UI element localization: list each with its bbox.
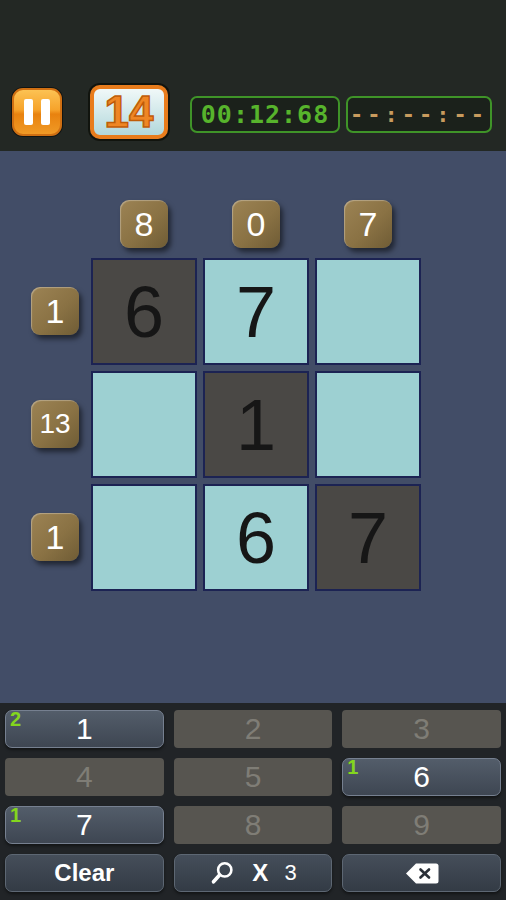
remaining-counter-tile[interactable]: 14 xyxy=(90,85,168,139)
grid-cell-r2c1[interactable] xyxy=(91,371,197,478)
grid-cell-r2c3[interactable] xyxy=(315,371,421,478)
column-clue-1: 8 xyxy=(120,200,168,248)
key-label: 2 xyxy=(245,712,262,746)
column-clue-2: 0 xyxy=(232,200,280,248)
key-7[interactable]: 17 xyxy=(5,806,164,844)
top-toolbar: 14 00:12:68 --:--:-- xyxy=(0,0,506,151)
key-1[interactable]: 21 xyxy=(5,710,164,748)
puzzle-grid: 6 7 1 6 7 xyxy=(91,258,421,591)
pause-icon xyxy=(41,99,50,125)
remaining-counter-value: 14 xyxy=(105,87,154,137)
key-label: 6 xyxy=(413,760,430,794)
key-2[interactable]: 2 xyxy=(174,710,333,748)
pause-button[interactable] xyxy=(12,88,62,136)
key-3[interactable]: 3 xyxy=(342,710,501,748)
check-count: 3 xyxy=(284,860,296,886)
key-label: 1 xyxy=(76,712,93,746)
backspace-icon xyxy=(404,862,440,885)
key-8[interactable]: 8 xyxy=(174,806,333,844)
secondary-timer-display: --:--:-- xyxy=(346,96,492,133)
pause-icon xyxy=(24,99,33,125)
key-label: 9 xyxy=(413,808,430,842)
key-count-badge: 2 xyxy=(10,709,21,729)
cell-value: 6 xyxy=(236,502,276,574)
secondary-timer-value: --:--:-- xyxy=(350,102,488,127)
key-label: 4 xyxy=(76,760,93,794)
grid-cell-r2c2[interactable]: 1 xyxy=(203,371,309,478)
cell-value: 6 xyxy=(124,276,164,348)
grid-cell-r1c1[interactable]: 6 xyxy=(91,258,197,365)
keypad: 21 2 3 4 5 16 17 8 9 Clear X 3 xyxy=(0,703,506,900)
key-4[interactable]: 4 xyxy=(5,758,164,796)
row-clue-3: 1 xyxy=(31,513,79,561)
row-clue-1: 1 xyxy=(31,287,79,335)
key-label: 8 xyxy=(245,808,262,842)
grid-cell-r3c2[interactable]: 6 xyxy=(203,484,309,591)
puzzle-board-area: 8 0 7 1 13 1 6 7 1 6 7 xyxy=(0,151,506,703)
key-label: 3 xyxy=(413,712,430,746)
key-5[interactable]: 5 xyxy=(174,758,333,796)
check-button[interactable]: X 3 xyxy=(174,854,333,892)
key-count-badge: 1 xyxy=(10,805,21,825)
clear-button[interactable]: Clear xyxy=(5,854,164,892)
key-6[interactable]: 16 xyxy=(342,758,501,796)
key-label: 5 xyxy=(245,760,262,794)
row-clue-2: 13 xyxy=(31,400,79,448)
grid-cell-r3c3[interactable]: 7 xyxy=(315,484,421,591)
grid-cell-r3c1[interactable] xyxy=(91,484,197,591)
clear-button-label: Clear xyxy=(54,859,114,887)
timer-display: 00:12:68 xyxy=(190,96,340,133)
key-label: 7 xyxy=(76,808,93,842)
grid-cell-r1c3[interactable] xyxy=(315,258,421,365)
check-x-label: X xyxy=(252,859,268,887)
key-count-badge: 1 xyxy=(347,757,358,777)
cell-value: 7 xyxy=(348,502,388,574)
timer-value: 00:12:68 xyxy=(201,100,329,129)
column-clue-3: 7 xyxy=(344,200,392,248)
app-screen: 14 00:12:68 --:--:-- 8 0 7 1 13 1 6 7 1 … xyxy=(0,0,506,900)
backspace-button[interactable] xyxy=(342,854,501,892)
cell-value: 1 xyxy=(236,389,276,461)
grid-cell-r1c2[interactable]: 7 xyxy=(203,258,309,365)
cell-value: 7 xyxy=(236,276,276,348)
key-9[interactable]: 9 xyxy=(342,806,501,844)
magnifier-icon xyxy=(209,860,236,887)
